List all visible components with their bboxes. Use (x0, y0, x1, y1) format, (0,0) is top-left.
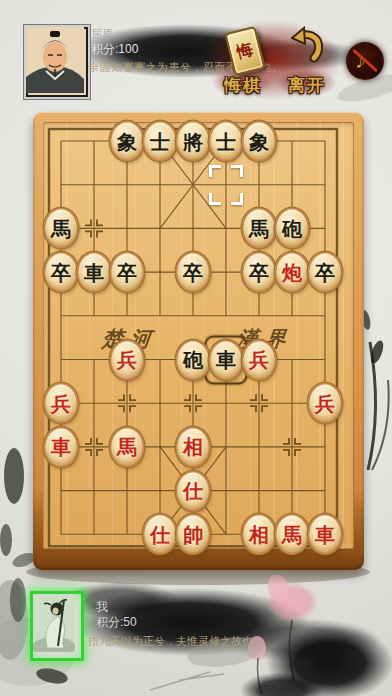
piece-red-horse[interactable]: 馬 (112, 428, 143, 465)
piece-character: 兵 (249, 350, 269, 370)
opponent-portrait (26, 27, 84, 93)
piece-red-chariot[interactable]: 車 (46, 428, 77, 465)
undo-tile-icon: 悔 (224, 26, 266, 76)
piece-black-pawn[interactable]: 卒 (178, 254, 209, 291)
piece-black-pawn[interactable]: 卒 (46, 254, 77, 291)
piece-character: 仕 (150, 524, 170, 544)
piece-black-chariot[interactable]: 車 (79, 254, 110, 291)
piece-red-pawn[interactable]: 兵 (46, 385, 77, 422)
piece-character: 車 (216, 350, 236, 370)
piece-character: 馬 (51, 218, 71, 238)
piece-character: 象 (117, 131, 137, 151)
move-origin-marker (209, 165, 243, 205)
piece-character: 炮 (282, 262, 302, 282)
undo-tile-character: 悔 (235, 39, 256, 63)
marker-corner (231, 165, 243, 177)
undo-move-button[interactable]: 悔 悔棋 (214, 22, 272, 94)
piece-character: 卒 (315, 262, 335, 282)
piece-character: 卒 (51, 262, 71, 282)
opponent-score: 积分:100 (91, 41, 138, 58)
piece-character: 仕 (183, 481, 203, 501)
piece-character: 車 (315, 524, 335, 544)
twig-sketch (150, 672, 224, 690)
piece-black-elephant[interactable]: 象 (244, 123, 275, 160)
piece-black-chariot[interactable]: 車 (211, 341, 242, 378)
piece-character: 象 (249, 131, 269, 151)
piece-character: 馬 (282, 524, 302, 544)
piece-red-pawn[interactable]: 兵 (112, 341, 143, 378)
board-surface: 楚河 漢界 象士將士象馬馬砲卒車卒卒卒炮卒兵砲車兵兵兵車馬相仕仕帥相馬車 (43, 122, 354, 549)
piece-red-advisor[interactable]: 仕 (145, 516, 176, 553)
piece-black-pawn[interactable]: 卒 (112, 254, 143, 291)
piece-character: 馬 (117, 437, 137, 457)
piece-black-king[interactable]: 將 (178, 123, 209, 160)
piece-character: 車 (51, 437, 71, 457)
marker-corner (231, 193, 243, 205)
piece-character: 卒 (117, 262, 137, 282)
piece-character: 車 (84, 262, 104, 282)
my-quote: 指九天以为正兮，夫惟灵修之故也。 (88, 634, 264, 649)
return-arrow-icon (291, 26, 323, 64)
piece-black-elephant[interactable]: 象 (112, 123, 143, 160)
piece-character: 將 (183, 131, 203, 151)
piece-red-pawn[interactable]: 兵 (310, 385, 341, 422)
piece-character: 兵 (315, 393, 335, 413)
piece-character: 兵 (117, 350, 137, 370)
music-mute-toggle[interactable]: ♪ (346, 42, 384, 80)
piece-red-chariot[interactable]: 車 (310, 516, 341, 553)
piece-character: 馬 (249, 218, 269, 238)
piece-black-advisor[interactable]: 士 (145, 123, 176, 160)
piece-black-pawn[interactable]: 卒 (244, 254, 275, 291)
piece-character: 兵 (51, 393, 71, 413)
piece-character: 士 (150, 131, 170, 151)
piece-black-horse[interactable]: 馬 (46, 210, 77, 247)
piece-black-cannon[interactable]: 砲 (178, 341, 209, 378)
marker-corner (209, 193, 221, 205)
xiangqi-board[interactable]: 楚河 漢界 象士將士象馬馬砲卒車卒卒卒炮卒兵砲車兵兵兵車馬相仕仕帥相馬車 (33, 112, 364, 570)
xiangqi-game-screen: 屈原 积分:100 余固知謇謇之为患兮，忍而不能舍也。 悔 悔棋 离开 ♪ (0, 0, 392, 696)
piece-red-horse[interactable]: 馬 (277, 516, 308, 553)
piece-red-elephant[interactable]: 相 (244, 516, 275, 553)
piece-character: 卒 (183, 262, 203, 282)
piece-black-advisor[interactable]: 士 (211, 123, 242, 160)
piece-character: 砲 (282, 218, 302, 238)
leave-button-label: 离开 (279, 74, 335, 97)
piece-red-pawn[interactable]: 兵 (244, 341, 275, 378)
piece-character: 相 (183, 437, 203, 457)
piece-character: 卒 (249, 262, 269, 282)
piece-black-pawn[interactable]: 卒 (310, 254, 341, 291)
marker-corner (209, 165, 221, 177)
piece-red-king[interactable]: 帥 (178, 516, 209, 553)
piece-character: 砲 (183, 350, 203, 370)
leave-game-button[interactable]: 离开 (281, 22, 333, 94)
piece-character: 帥 (183, 524, 203, 544)
piece-character: 士 (216, 131, 236, 151)
piece-red-elephant[interactable]: 相 (178, 428, 209, 465)
piece-black-cannon[interactable]: 砲 (277, 210, 308, 247)
undo-button-label: 悔棋 (213, 74, 273, 97)
my-score: 积分:50 (96, 614, 137, 631)
opponent-name: 屈原 (91, 27, 113, 42)
opponent-avatar (24, 25, 90, 99)
piece-black-horse[interactable]: 馬 (244, 210, 275, 247)
my-avatar-active (30, 591, 84, 661)
piece-character: 相 (249, 524, 269, 544)
piece-red-advisor[interactable]: 仕 (178, 472, 209, 509)
piece-red-cannon[interactable]: 炮 (277, 254, 308, 291)
my-portrait (33, 594, 75, 652)
